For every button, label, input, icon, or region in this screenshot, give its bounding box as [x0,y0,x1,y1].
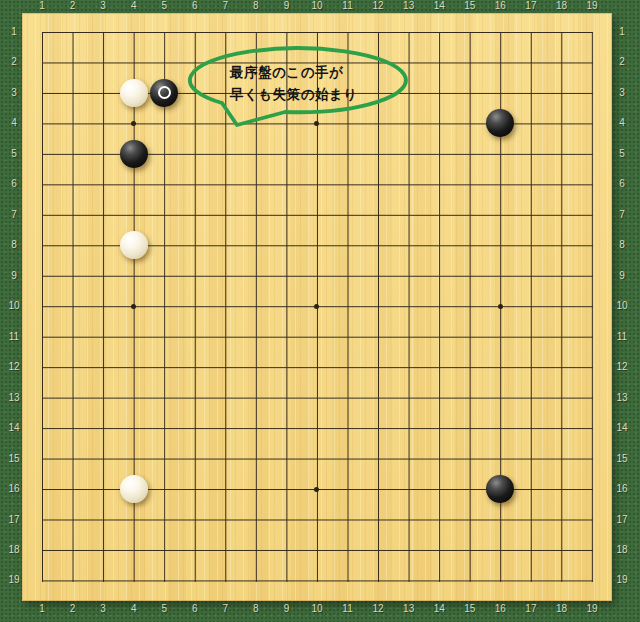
annotation-line-1: 最序盤のこの手が [230,66,343,80]
coord-label-top: 9 [284,0,290,12]
coord-label-top: 16 [495,0,506,12]
coord-label-left: 17 [8,514,19,526]
coord-label-right: 7 [619,209,625,221]
coord-label-bottom: 4 [131,603,137,615]
star-point [314,487,319,492]
coord-label-left: 11 [9,331,19,343]
coord-label-left: 4 [11,117,17,129]
coord-label-right: 15 [616,453,627,465]
coord-label-bottom: 13 [403,603,414,615]
coord-label-right: 14 [616,422,627,434]
coord-label-left: 18 [8,544,19,556]
stone-white[interactable] [120,231,148,259]
coord-label-top: 15 [464,0,475,12]
coord-label-left: 3 [11,87,17,99]
coord-label-top: 17 [525,0,536,12]
coord-label-left: 13 [8,392,19,404]
stones-layer [27,17,607,596]
coord-label-bottom: 7 [223,603,229,615]
coord-label-left: 9 [11,270,17,282]
coord-label-left: 15 [8,453,19,465]
coord-label-right: 11 [617,331,627,343]
stone-white[interactable] [120,79,148,107]
coord-label-left: 5 [11,148,17,160]
coord-label-top: 14 [434,0,445,12]
coord-label-bottom: 19 [586,603,597,615]
coord-label-right: 2 [619,56,625,68]
star-point [314,304,319,309]
coord-label-left: 10 [8,300,19,312]
coord-label-right: 19 [616,574,627,586]
coord-label-bottom: 8 [253,603,259,615]
coord-label-top: 6 [192,0,198,12]
coord-label-right: 12 [616,361,627,373]
coord-label-top: 19 [586,0,597,12]
coord-label-top: 18 [556,0,567,12]
page-background: 12345678910111213141516171819 1234567891… [0,0,640,622]
coord-label-top: 10 [311,0,322,12]
coord-label-right: 8 [619,239,625,251]
coord-label-right: 16 [616,483,627,495]
annotation-line-2: 早くも失策の始まり [230,88,358,102]
coord-label-left: 2 [11,56,17,68]
coord-label-bottom: 18 [556,603,567,615]
star-point [131,304,136,309]
coord-label-bottom: 11 [342,603,352,615]
coord-label-left: 12 [8,361,19,373]
coord-label-top: 8 [253,0,259,12]
coord-label-bottom: 5 [161,603,167,615]
coord-label-bottom: 6 [192,603,198,615]
coord-label-top: 1 [39,0,45,12]
coord-label-bottom: 12 [373,603,384,615]
coord-label-right: 10 [616,300,627,312]
coord-label-top: 5 [161,0,167,12]
coord-label-left: 8 [11,239,17,251]
stone-black[interactable] [486,109,514,137]
coord-label-bottom: 14 [434,603,445,615]
coord-label-bottom: 16 [495,603,506,615]
coord-label-bottom: 3 [100,603,106,615]
coord-label-left: 1 [11,26,17,38]
coord-label-right: 13 [616,392,627,404]
coord-label-right: 9 [619,270,625,282]
star-point [498,304,503,309]
coord-label-bottom: 10 [311,603,322,615]
coord-label-right: 4 [619,117,625,129]
stone-black[interactable] [120,140,148,168]
coord-label-top: 12 [373,0,384,12]
stone-black[interactable] [150,79,178,107]
coord-label-top: 2 [70,0,76,12]
coord-label-left: 16 [8,483,19,495]
stone-white[interactable] [120,475,148,503]
coord-label-right: 18 [616,544,627,556]
coord-label-bottom: 17 [525,603,536,615]
coord-label-top: 7 [223,0,229,12]
coord-label-top: 11 [342,0,352,12]
star-point [314,121,319,126]
coord-label-right: 17 [616,514,627,526]
star-point [131,121,136,126]
last-move-marker [158,86,171,99]
coord-label-left: 6 [11,178,17,190]
coord-label-right: 6 [619,178,625,190]
stone-black[interactable] [486,475,514,503]
coord-label-bottom: 2 [70,603,76,615]
coord-label-top: 3 [100,0,106,12]
coord-label-top: 13 [403,0,414,12]
coord-label-left: 7 [11,209,17,221]
coord-label-right: 1 [619,26,625,38]
coord-label-bottom: 9 [284,603,290,615]
coord-label-right: 3 [619,87,625,99]
coord-label-top: 4 [131,0,137,12]
coord-label-bottom: 1 [39,603,45,615]
coord-label-bottom: 15 [464,603,475,615]
coord-label-left: 19 [8,574,19,586]
coord-label-left: 14 [8,422,19,434]
coord-label-right: 5 [619,148,625,160]
